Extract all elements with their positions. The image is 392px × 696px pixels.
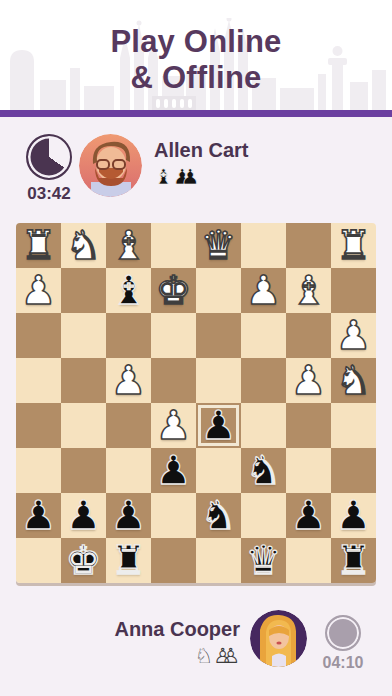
board-square[interactable]: ♚ [61, 538, 106, 583]
bottom-clock: 04:10 [320, 610, 366, 672]
board-square[interactable] [106, 448, 151, 493]
black-pawn[interactable]: ♟ [66, 493, 102, 538]
board-square[interactable] [106, 403, 151, 448]
white-knight[interactable]: ♞ [336, 358, 372, 403]
board-square[interactable] [286, 313, 331, 358]
board-square[interactable]: ♜ [16, 223, 61, 268]
header: Play Online & Offline [0, 0, 392, 110]
purple-divider [0, 110, 392, 117]
board-square[interactable] [16, 538, 61, 583]
captured-white-knight-icon: ♘ [195, 644, 214, 668]
board-square[interactable] [196, 358, 241, 403]
black-pawn[interactable]: ♟ [291, 493, 327, 538]
black-pawn[interactable]: ♟ [156, 448, 192, 493]
board-square[interactable]: ♚ [151, 268, 196, 313]
board-square[interactable]: ♟ [106, 493, 151, 538]
bottom-player-name: Anna Cooper [114, 618, 240, 641]
black-bishop[interactable]: ♝ [111, 268, 147, 313]
board-square[interactable] [196, 538, 241, 583]
top-player-name: Allen Cart [154, 139, 248, 162]
board-square[interactable] [331, 268, 376, 313]
board-square[interactable]: ♟ [241, 268, 286, 313]
white-king[interactable]: ♚ [156, 268, 192, 313]
top-clock: 03:42 [26, 134, 72, 204]
board-square[interactable]: ♞ [241, 448, 286, 493]
black-pawn[interactable]: ♟ [21, 493, 57, 538]
board-square[interactable] [151, 538, 196, 583]
board-square[interactable] [151, 313, 196, 358]
captured-black-pawn-icon: ♟ [181, 165, 200, 189]
board-square[interactable] [241, 403, 286, 448]
board-square[interactable]: ♜ [106, 538, 151, 583]
white-bishop[interactable]: ♝ [111, 223, 147, 268]
board-square[interactable] [106, 313, 151, 358]
board-square[interactable]: ♟ [16, 268, 61, 313]
board-square[interactable] [61, 403, 106, 448]
timer-pie-icon [26, 134, 72, 180]
board-square[interactable] [16, 358, 61, 403]
black-knight[interactable]: ♞ [246, 448, 282, 493]
black-queen[interactable]: ♛ [246, 538, 282, 583]
board-square[interactable]: ♟ [16, 493, 61, 538]
board-square[interactable]: ♝ [286, 268, 331, 313]
board-square[interactable]: ♟ [151, 448, 196, 493]
board-square[interactable] [61, 358, 106, 403]
white-knight[interactable]: ♞ [66, 223, 102, 268]
board-square[interactable] [331, 403, 376, 448]
white-rook[interactable]: ♜ [336, 223, 372, 268]
white-pawn[interactable]: ♟ [156, 403, 192, 448]
board-square[interactable] [151, 493, 196, 538]
black-pawn[interactable]: ♟ [111, 493, 147, 538]
board-square[interactable]: ♛ [196, 223, 241, 268]
board-square[interactable] [241, 358, 286, 403]
board-square[interactable] [286, 538, 331, 583]
white-queen[interactable]: ♛ [201, 223, 237, 268]
app-screen: Play Online & Offline 03:42 [0, 0, 392, 696]
page-title: Play Online & Offline [0, 0, 392, 96]
board-square[interactable]: ♜ [331, 538, 376, 583]
captured-white-pawn-icon: ♙ [221, 644, 240, 668]
white-bishop[interactable]: ♝ [291, 268, 327, 313]
black-pawn[interactable]: ♟ [201, 403, 237, 448]
board-square[interactable]: ♟ [331, 313, 376, 358]
board-square[interactable] [61, 448, 106, 493]
top-player-panel: 03:42 [0, 117, 392, 204]
board-square[interactable]: ♞ [331, 358, 376, 403]
board-square[interactable] [16, 448, 61, 493]
bottom-player-time: 04:10 [323, 654, 364, 672]
board-square[interactable] [241, 223, 286, 268]
black-king[interactable]: ♚ [66, 538, 102, 583]
board-square[interactable]: ♟ [61, 493, 106, 538]
board-square[interactable] [331, 448, 376, 493]
white-pawn[interactable]: ♟ [111, 358, 147, 403]
board-square[interactable] [16, 403, 61, 448]
board-square[interactable]: ♟ [196, 403, 241, 448]
white-pawn[interactable]: ♟ [246, 268, 282, 313]
board-square[interactable] [61, 268, 106, 313]
top-player-avatar [79, 134, 142, 197]
top-player-time: 03:42 [27, 184, 70, 204]
board-square[interactable] [16, 313, 61, 358]
board-square[interactable] [151, 358, 196, 403]
title-line-1: Play Online [110, 24, 281, 59]
top-player-info: Allen Cart ♝♟♟ [154, 134, 248, 189]
bottom-player-avatar [250, 610, 307, 667]
board-square[interactable] [151, 223, 196, 268]
board-square[interactable]: ♝ [106, 223, 151, 268]
board-square[interactable]: ♝ [106, 268, 151, 313]
board-square[interactable] [286, 403, 331, 448]
board-square[interactable] [286, 448, 331, 493]
white-pawn[interactable]: ♟ [291, 358, 327, 403]
board-square[interactable]: ♟ [151, 403, 196, 448]
black-knight[interactable]: ♞ [201, 493, 237, 538]
black-rook[interactable]: ♜ [336, 538, 372, 583]
captured-black-bishop-icon: ♝ [154, 165, 173, 189]
board-square[interactable] [196, 313, 241, 358]
white-rook[interactable]: ♜ [21, 223, 57, 268]
top-captured-pieces: ♝♟♟ [154, 165, 248, 189]
white-pawn[interactable]: ♟ [336, 313, 372, 358]
title-line-2: & Offline [131, 60, 262, 95]
board-square[interactable] [241, 313, 286, 358]
board-square[interactable] [196, 268, 241, 313]
white-pawn[interactable]: ♟ [21, 268, 57, 313]
board-square[interactable]: ♞ [61, 223, 106, 268]
chess-board: ♜♞♝♛♜♟♝♚♟♝♟♟♟♞♟♟♟♞♟♟♟♞♟♟♚♜♛♜ [16, 223, 376, 583]
black-rook[interactable]: ♜ [111, 538, 147, 583]
board-square[interactable]: ♟ [286, 358, 331, 403]
board-square[interactable]: ♛ [241, 538, 286, 583]
board-square[interactable]: ♟ [331, 493, 376, 538]
board-square[interactable] [241, 493, 286, 538]
board-square[interactable]: ♞ [196, 493, 241, 538]
bottom-player-panel: Anna Cooper ♘♙♙ 04:10 [0, 610, 392, 672]
bottom-captured-pieces: ♘♙♙ [114, 644, 240, 668]
black-pawn[interactable]: ♟ [336, 493, 372, 538]
board-square[interactable] [61, 313, 106, 358]
bottom-player-info: Anna Cooper ♘♙♙ [114, 610, 240, 668]
board-square[interactable] [196, 448, 241, 493]
board-square[interactable]: ♟ [286, 493, 331, 538]
board-square[interactable]: ♟ [106, 358, 151, 403]
board-square[interactable] [286, 223, 331, 268]
timer-pie-icon-inactive [325, 615, 361, 651]
board-square[interactable]: ♜ [331, 223, 376, 268]
